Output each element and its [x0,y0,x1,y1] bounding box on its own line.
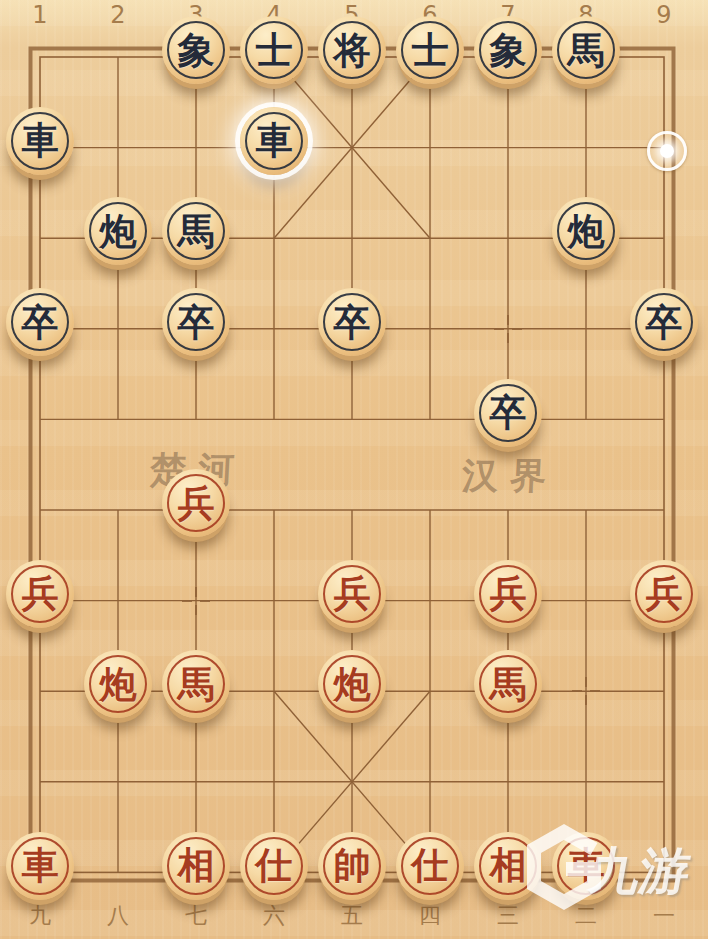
piece-red-帥[interactable]: 帥 [318,832,386,900]
piece-red-馬[interactable]: 馬 [474,650,542,718]
piece-black-馬[interactable]: 馬 [162,197,230,265]
piece-red-兵[interactable]: 兵 [318,560,386,628]
piece-glyph: 兵 [630,560,698,628]
piece-red-兵[interactable]: 兵 [474,560,542,628]
piece-glyph: 車 [6,107,74,175]
piece-red-兵[interactable]: 兵 [630,560,698,628]
piece-glyph: 馬 [162,650,230,718]
piece-glyph: 帥 [318,832,386,900]
xiangqi-app-screen: 楚河 汉界 123456789 九八七六五四三二一 象士将士象馬車車炮馬炮卒卒卒… [0,0,708,939]
piece-glyph: 士 [240,16,308,84]
piece-glyph: 兵 [6,560,74,628]
piece-glyph: 卒 [318,288,386,356]
piece-glyph: 車 [552,832,620,900]
piece-glyph: 相 [474,832,542,900]
piece-red-仕[interactable]: 仕 [240,832,308,900]
piece-black-士[interactable]: 士 [396,16,464,84]
piece-black-車[interactable]: 車 [240,107,308,175]
piece-glyph: 兵 [474,560,542,628]
piece-glyph: 炮 [552,197,620,265]
piece-glyph: 仕 [396,832,464,900]
piece-black-象[interactable]: 象 [474,16,542,84]
piece-red-兵[interactable]: 兵 [162,469,230,537]
piece-red-相[interactable]: 相 [162,832,230,900]
piece-red-車[interactable]: 車 [6,832,74,900]
piece-glyph: 卒 [630,288,698,356]
piece-glyph: 馬 [474,650,542,718]
piece-black-卒[interactable]: 卒 [162,288,230,356]
piece-red-馬[interactable]: 馬 [162,650,230,718]
piece-black-車[interactable]: 車 [6,107,74,175]
piece-glyph: 兵 [318,560,386,628]
piece-glyph: 馬 [162,197,230,265]
piece-black-卒[interactable]: 卒 [630,288,698,356]
piece-glyph: 卒 [162,288,230,356]
board-grid: 象士将士象馬車車炮馬炮卒卒卒卒卒兵兵兵兵兵炮馬炮馬車相仕帥仕相車 [1,11,703,917]
piece-black-炮[interactable]: 炮 [84,197,152,265]
piece-glyph: 象 [162,16,230,84]
piece-red-兵[interactable]: 兵 [6,560,74,628]
piece-glyph: 車 [240,107,308,175]
piece-glyph: 馬 [552,16,620,84]
piece-black-卒[interactable]: 卒 [318,288,386,356]
piece-glyph: 将 [318,16,386,84]
piece-glyph: 仕 [240,832,308,900]
piece-glyph: 車 [6,832,74,900]
piece-glyph: 炮 [318,650,386,718]
piece-glyph: 卒 [6,288,74,356]
piece-black-士[interactable]: 士 [240,16,308,84]
piece-black-象[interactable]: 象 [162,16,230,84]
piece-red-車[interactable]: 車 [552,832,620,900]
piece-glyph: 炮 [84,650,152,718]
piece-red-仕[interactable]: 仕 [396,832,464,900]
piece-glyph: 兵 [162,469,230,537]
piece-black-卒[interactable]: 卒 [474,379,542,447]
piece-glyph: 士 [396,16,464,84]
piece-red-相[interactable]: 相 [474,832,542,900]
piece-black-将[interactable]: 将 [318,16,386,84]
piece-black-卒[interactable]: 卒 [6,288,74,356]
piece-glyph: 卒 [474,379,542,447]
piece-black-馬[interactable]: 馬 [552,16,620,84]
piece-red-炮[interactable]: 炮 [84,650,152,718]
piece-glyph: 炮 [84,197,152,265]
piece-glyph: 相 [162,832,230,900]
origin-ring-icon [647,131,687,171]
piece-black-炮[interactable]: 炮 [552,197,620,265]
piece-glyph: 象 [474,16,542,84]
piece-red-炮[interactable]: 炮 [318,650,386,718]
